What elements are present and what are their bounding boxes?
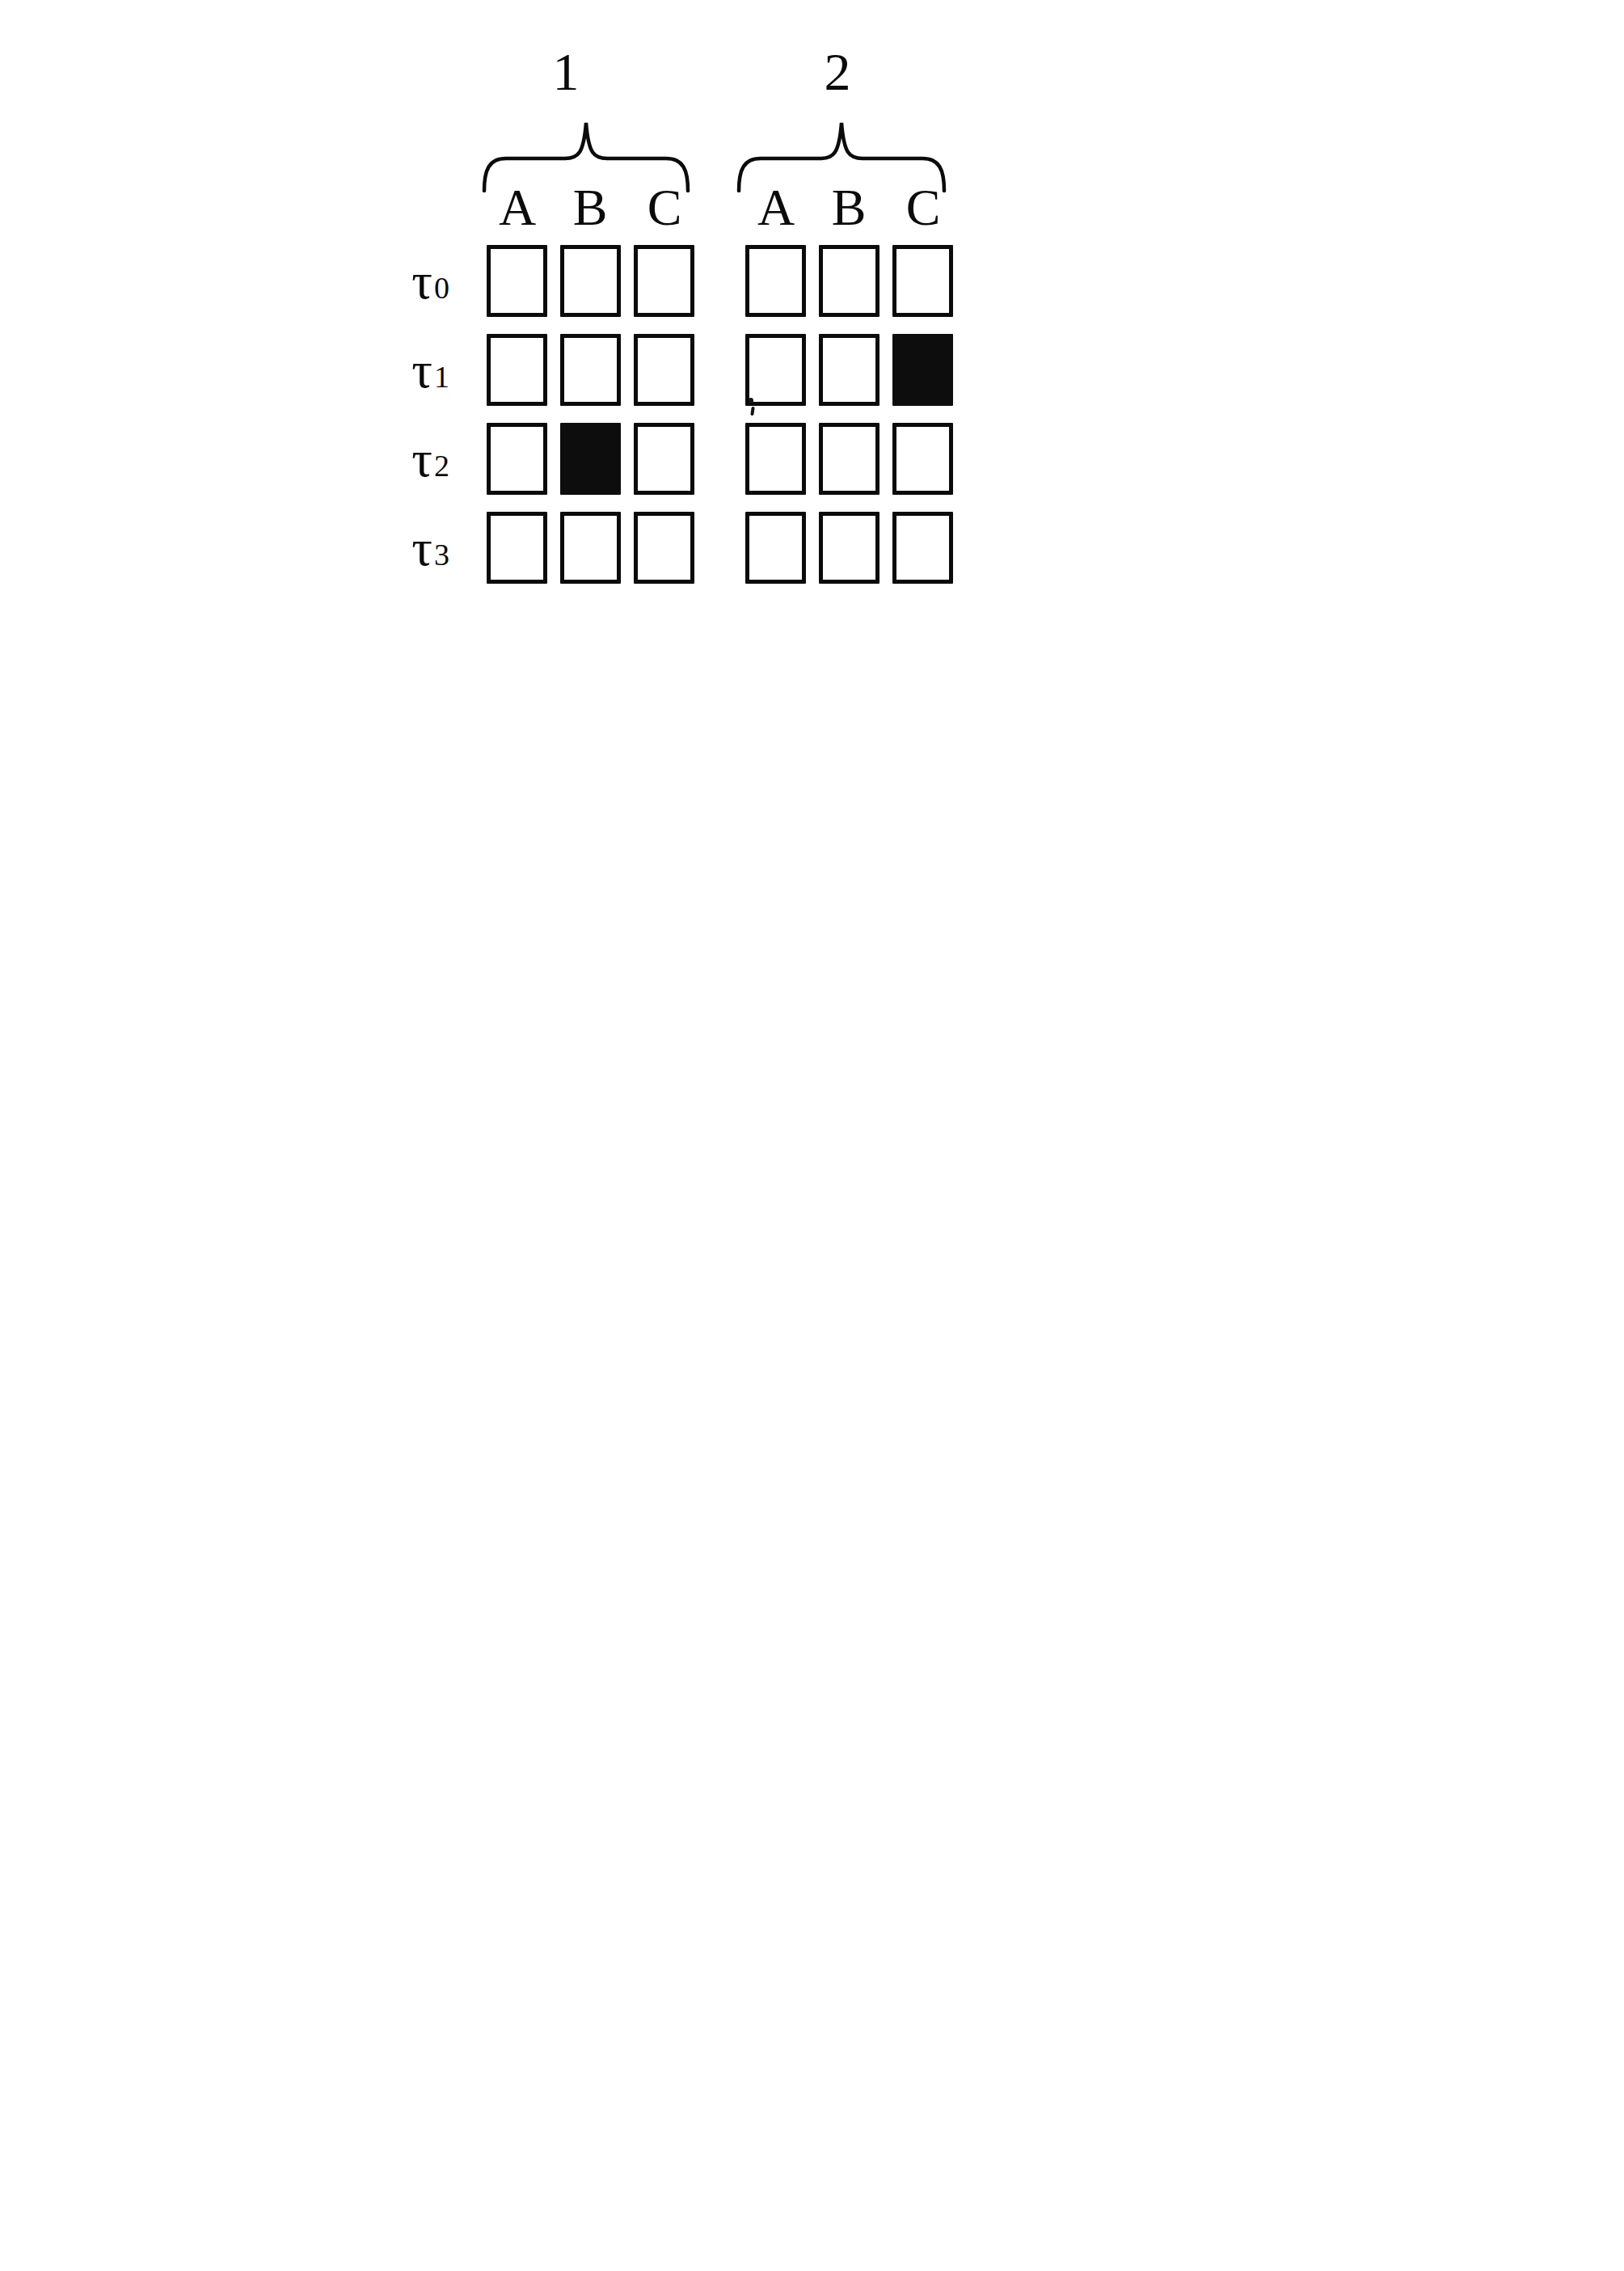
group-1-column-header-b: B <box>554 184 626 231</box>
group-2-column-header-b: B <box>812 184 885 231</box>
row-label-tau0-base: τ <box>411 251 432 311</box>
cell-g2-t3-a <box>745 512 806 584</box>
group-1-column-header-a: A <box>481 184 554 231</box>
group-1-column-header-c: C <box>628 184 701 231</box>
group-1-label: 1 <box>532 45 600 99</box>
group-2-label: 2 <box>804 45 871 99</box>
row-label-tau1: τ1 <box>340 334 449 406</box>
row-label-tau1-sub: 1 <box>434 361 449 392</box>
cell-g2-t1-b <box>819 334 879 406</box>
cell-g2-t2-b <box>819 423 879 495</box>
row-label-tau0-sub: 0 <box>434 272 449 303</box>
cell-g2-t1-c <box>892 334 953 406</box>
row-label-tau3-base: τ <box>411 518 432 578</box>
row-label-tau2-sub: 2 <box>434 450 449 481</box>
cell-g1-t0-b <box>560 245 621 317</box>
cell-g1-t1-a <box>487 334 547 406</box>
row-label-tau3-sub: 3 <box>434 539 449 570</box>
cell-g2-t0-b <box>819 245 879 317</box>
cell-g2-t2-a <box>745 423 806 495</box>
cell-g2-t3-c <box>892 512 953 584</box>
row-label-tau1-base: τ <box>411 340 432 400</box>
cell-g1-t0-c <box>634 245 694 317</box>
cell-g1-t1-c <box>634 334 694 406</box>
group-2-column-header-a: A <box>740 184 812 231</box>
scan-speckle <box>749 398 753 403</box>
cell-g2-t3-b <box>819 512 879 584</box>
figure-canvas: 1 2 A B C A B C τ0 τ1 τ2 τ3 <box>0 0 1051 647</box>
group-1-grid <box>487 245 694 584</box>
cell-g2-t2-c <box>892 423 953 495</box>
cell-g2-t0-a <box>745 245 806 317</box>
cell-g2-t0-c <box>892 245 953 317</box>
cell-g1-t3-a <box>487 512 547 584</box>
row-label-tau2-base: τ <box>411 429 432 489</box>
cell-g1-t3-c <box>634 512 694 584</box>
group-2-grid <box>745 245 953 584</box>
group-2-column-header-c: C <box>887 184 960 231</box>
cell-g1-t2-a <box>487 423 547 495</box>
cell-g1-t0-a <box>487 245 547 317</box>
cell-g1-t2-b <box>560 423 621 495</box>
cell-g1-t2-c <box>634 423 694 495</box>
cell-g2-t1-a <box>745 334 806 406</box>
row-label-tau0: τ0 <box>340 245 449 317</box>
cell-g1-t3-b <box>560 512 621 584</box>
cell-g1-t1-b <box>560 334 621 406</box>
row-label-tau3: τ3 <box>340 512 449 584</box>
row-label-tau2: τ2 <box>340 423 449 495</box>
